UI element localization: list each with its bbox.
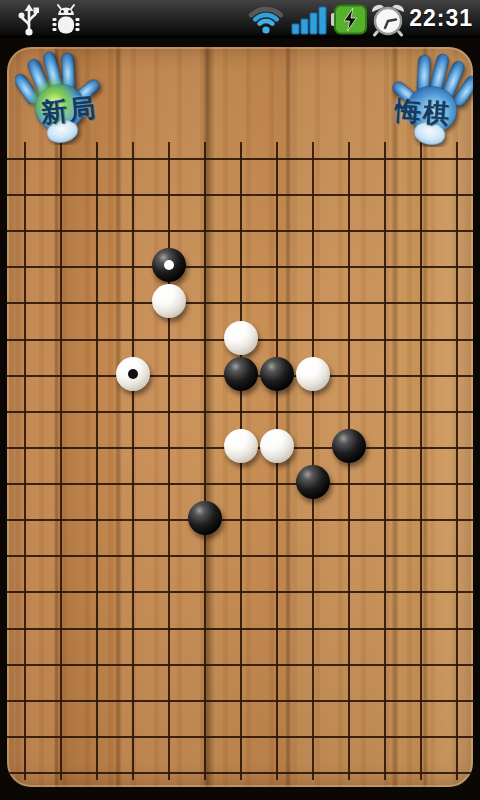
app-screen: 22:31 [0, 0, 480, 800]
black-stone [260, 357, 294, 391]
signal-strength-icon [291, 5, 329, 35]
white-stone [224, 429, 258, 463]
black-stone [296, 465, 330, 499]
white-stone [152, 284, 186, 318]
debug-icon [48, 3, 84, 36]
board-frame: 新局 [0, 38, 480, 800]
white-stone [224, 321, 258, 355]
undo-button[interactable]: 悔棋 [375, 47, 473, 147]
battery-charging-icon [330, 4, 368, 35]
status-time: 22:31 [409, 0, 473, 37]
black-stone [224, 357, 258, 391]
new-game-button[interactable]: 新局 [15, 47, 117, 145]
white-stone [260, 429, 294, 463]
usb-icon [14, 3, 44, 37]
white-stone [296, 357, 330, 391]
black-stone [188, 501, 222, 535]
black-stone [332, 429, 366, 463]
last-move-marker [164, 260, 174, 270]
board[interactable]: 新局 [7, 47, 473, 787]
black-stone [152, 248, 186, 282]
last-move-marker [128, 369, 138, 379]
alarm-clock-icon [368, 2, 408, 37]
undo-label: 悔棋 [384, 92, 462, 132]
white-stone [116, 357, 150, 391]
status-bar: 22:31 [0, 0, 480, 39]
wifi-icon [246, 5, 286, 35]
